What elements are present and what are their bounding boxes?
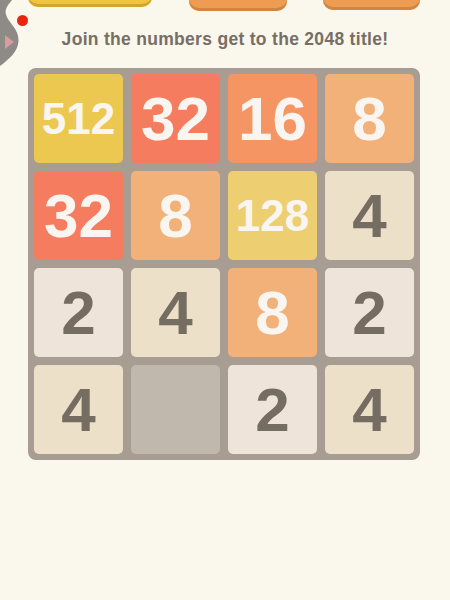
- tile-512: 512: [34, 74, 123, 163]
- notification-dot-icon: [17, 15, 28, 26]
- subtitle-text: Join the numbers get to the 2048 title!: [0, 29, 450, 50]
- tile-32: 32: [34, 171, 123, 260]
- tile-2: 2: [34, 268, 123, 357]
- empty-cell: [131, 365, 220, 454]
- game-board[interactable]: 5123216832812842482424: [28, 68, 420, 460]
- top-button-orange-right[interactable]: [323, 0, 420, 10]
- tile-4: 4: [325, 171, 414, 260]
- 2048-app-screen: Join the numbers get to the 2048 title! …: [0, 0, 450, 600]
- tile-4: 4: [131, 268, 220, 357]
- tile-8: 8: [325, 74, 414, 163]
- top-button-orange-left[interactable]: [189, 0, 287, 11]
- tile-8: 8: [131, 171, 220, 260]
- tile-128: 128: [228, 171, 317, 260]
- tile-2: 2: [325, 268, 414, 357]
- tile-4: 4: [325, 365, 414, 454]
- tile-32: 32: [131, 74, 220, 163]
- tile-2: 2: [228, 365, 317, 454]
- tile-4: 4: [34, 365, 123, 454]
- tile-16: 16: [228, 74, 317, 163]
- top-button-yellow[interactable]: [28, 0, 152, 7]
- tile-8: 8: [228, 268, 317, 357]
